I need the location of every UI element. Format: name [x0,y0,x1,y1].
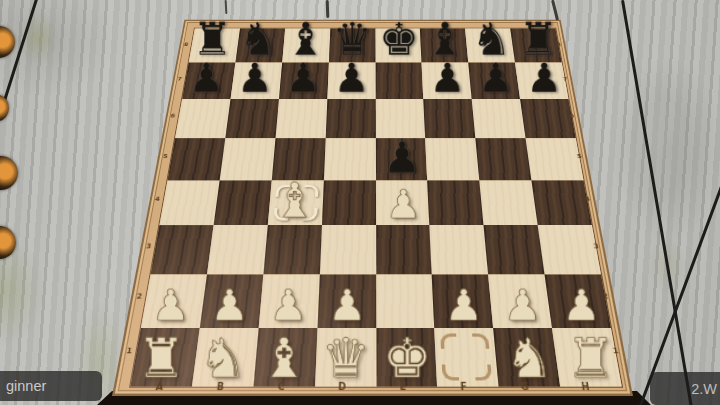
white-bishop[interactable]: ♝ [253,331,314,385]
move-origin-marker [441,334,493,381]
white-pawn[interactable]: ♟ [435,284,494,327]
square-f2[interactable]: ♟ [432,275,493,328]
square-h1[interactable]: ♜ [552,328,622,386]
white-pawn[interactable]: ♟ [200,284,259,327]
black-pawn[interactable]: ♟ [327,58,375,98]
square-b4[interactable] [213,180,271,225]
white-bishop[interactable]: ♝ [268,177,322,225]
round-knob-icon-4 [0,226,16,259]
move-counter-label: 2.W [691,381,717,397]
square-b5[interactable] [220,138,276,180]
square-f1[interactable] [435,328,499,386]
wood-seam [621,0,693,405]
wood-seam [225,0,228,14]
difficulty-badge-label: ginner [6,378,46,394]
black-pawn[interactable]: ♟ [182,58,230,98]
square-e5[interactable]: ♟ [375,138,427,180]
square-f7[interactable]: ♟ [422,62,472,98]
square-c1[interactable]: ♝ [253,328,317,386]
square-b7[interactable]: ♟ [230,62,282,98]
wood-seam [326,0,329,18]
white-pawn[interactable]: ♟ [376,185,430,225]
square-c6[interactable] [275,99,327,138]
square-a2[interactable]: ♟ [141,275,207,328]
black-king[interactable]: ♚ [375,17,422,62]
file-label-f: F [433,381,495,394]
square-a3[interactable] [151,225,214,274]
white-pawn[interactable]: ♟ [493,284,552,327]
white-rook[interactable]: ♜ [131,331,192,385]
round-knob-icon-1 [0,26,15,58]
square-c4[interactable]: ♝ [267,180,323,225]
square-g7[interactable]: ♟ [468,62,520,98]
board-grid: ♜♞♝♛♚♝♞♜♟♟♟♟♟♟♟♟♝♟♟♟♟♟♟♟♟♜♞♝♛♚♞♜ [129,28,623,388]
square-b1[interactable]: ♞ [192,328,259,386]
square-e7[interactable] [375,62,423,98]
square-g6[interactable] [472,99,526,138]
square-g3[interactable] [484,225,545,274]
square-d3[interactable] [319,225,375,274]
square-c2[interactable]: ♟ [258,275,319,328]
difficulty-badge: ginner [0,371,102,401]
square-c7[interactable]: ♟ [279,62,329,98]
square-d7[interactable]: ♟ [327,62,375,98]
square-e2[interactable] [376,275,435,328]
square-d2[interactable]: ♟ [317,275,376,328]
square-f3[interactable] [430,225,489,274]
white-queen[interactable]: ♛ [315,331,376,385]
white-pawn[interactable]: ♟ [258,284,317,327]
black-pawn[interactable]: ♟ [376,136,428,179]
square-g2[interactable]: ♟ [488,275,552,328]
white-pawn[interactable]: ♟ [552,284,611,327]
square-d5[interactable] [324,138,376,180]
square-b2[interactable]: ♟ [200,275,263,328]
black-pawn[interactable]: ♟ [424,58,472,98]
black-pawn[interactable]: ♟ [231,58,279,98]
chess-board: ♜♞♝♛♚♝♞♜♟♟♟♟♟♟♟♟♝♟♟♟♟♟♟♟♟♜♞♝♛♚♞♜ ABCDEFG… [112,20,633,396]
square-g5[interactable] [476,138,532,180]
square-g4[interactable] [479,180,537,225]
square-f6[interactable] [424,99,476,138]
white-pawn[interactable]: ♟ [317,284,376,327]
square-b3[interactable] [207,225,268,274]
square-c3[interactable] [263,225,321,274]
white-knight[interactable]: ♞ [499,331,560,385]
round-knob-icon-2 [0,94,9,122]
square-e3[interactable] [376,225,432,274]
white-king[interactable]: ♚ [376,331,437,385]
square-e8[interactable]: ♚ [375,28,422,62]
square-d4[interactable] [322,180,376,225]
white-rook[interactable]: ♜ [560,331,621,385]
square-a4[interactable] [159,180,219,225]
square-g1[interactable]: ♞ [493,328,560,386]
white-knight[interactable]: ♞ [192,331,253,385]
square-f5[interactable] [425,138,479,180]
square-d1[interactable]: ♛ [315,328,376,386]
square-e1[interactable]: ♚ [376,328,438,386]
square-h7[interactable]: ♟ [515,62,568,98]
square-e4[interactable]: ♟ [376,180,430,225]
chess-app-screen: ♜♞♝♛♚♝♞♜♟♟♟♟♟♟♟♟♝♟♟♟♟♟♟♟♟♜♞♝♛♚♞♜ ABCDEFG… [0,0,720,405]
square-b6[interactable] [225,99,279,138]
round-knob-icon-3 [0,156,18,190]
black-pawn[interactable]: ♟ [279,58,327,98]
square-f4[interactable] [427,180,483,225]
white-pawn[interactable]: ♟ [141,284,200,327]
black-pawn[interactable]: ♟ [520,58,568,98]
square-a1[interactable]: ♜ [130,328,199,386]
square-a5[interactable] [168,138,226,180]
square-a7[interactable]: ♟ [182,62,235,98]
square-a6[interactable] [175,99,230,138]
black-pawn[interactable]: ♟ [472,58,520,98]
square-d6[interactable] [325,99,375,138]
